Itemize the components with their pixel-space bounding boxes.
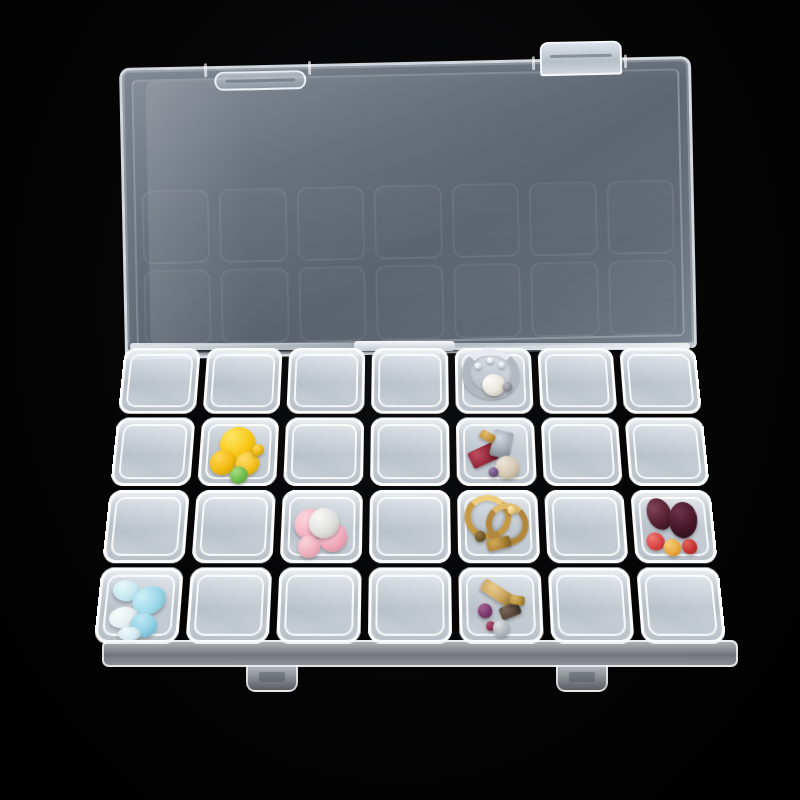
compartment-r2c1 <box>110 417 195 486</box>
compartment-opening <box>375 574 444 636</box>
ghost-compartment-outline <box>221 268 290 344</box>
base-left-latch-tab <box>246 665 298 692</box>
compartment-r3c7 <box>630 490 717 563</box>
compartment-r3c3 <box>280 490 363 563</box>
lid-notch <box>532 56 535 70</box>
compartment-opening <box>284 574 354 636</box>
product-photo-scene <box>0 0 800 800</box>
base-right-latch-tab <box>556 665 608 692</box>
ghost-compartment-outline <box>142 189 211 265</box>
ghost-compartment-outline <box>143 269 212 345</box>
gold-glint <box>507 505 516 514</box>
compartment-opening <box>210 354 276 407</box>
compartment-r4c4 <box>368 567 452 644</box>
latch-hook <box>259 672 286 682</box>
compartment-r1c1 <box>118 348 201 414</box>
green-bead <box>229 466 248 484</box>
compartment-r3c6 <box>544 490 629 563</box>
rhinestone <box>486 357 493 363</box>
purple-bit <box>488 467 498 477</box>
metal-shadow <box>502 382 512 391</box>
compartment-opening <box>118 424 188 479</box>
compartment-opening <box>110 497 182 555</box>
compartment-r4c5 <box>458 567 543 644</box>
tan-bead <box>495 456 520 479</box>
compartment-r1c7 <box>619 348 702 414</box>
compartment-r3c2 <box>191 490 276 563</box>
compartment-r4c2 <box>185 567 273 644</box>
compartment-r1c6 <box>537 348 618 414</box>
compartment-opening <box>193 574 265 636</box>
compartment-r4c1 <box>94 567 184 644</box>
box-tray <box>94 348 727 644</box>
compartment-r1c4 <box>371 348 449 414</box>
lid-notch <box>624 54 627 68</box>
lid-left-latch <box>214 70 306 91</box>
compartment-opening <box>294 354 359 407</box>
compartment-opening <box>632 424 702 479</box>
compartment-r2c3 <box>284 417 365 486</box>
compartment-r1c2 <box>202 348 283 414</box>
ghost-compartment-outline <box>608 260 677 336</box>
ghost-compartment-outline <box>453 263 522 339</box>
compartment-r2c7 <box>625 417 710 486</box>
rhinestone <box>474 363 481 369</box>
lid-notch <box>308 61 311 75</box>
compartment-grid <box>94 348 727 644</box>
compartment-r3c1 <box>102 490 189 563</box>
ghost-compartment-outline <box>606 180 675 256</box>
compartment-opening <box>551 497 621 555</box>
compartment-r3c5 <box>457 490 540 563</box>
compartment-opening <box>644 574 718 636</box>
compartment-opening <box>627 354 695 407</box>
ghost-compartment-outline <box>530 261 599 337</box>
compartment-opening <box>378 354 442 407</box>
purple-bead <box>478 603 493 618</box>
ghost-compartment-outline <box>375 265 444 341</box>
compartment-r2c5 <box>456 417 537 486</box>
grey-bead <box>492 619 509 636</box>
latch-slot <box>550 54 612 58</box>
dark-metal <box>475 530 486 541</box>
compartment-r2c4 <box>370 417 450 486</box>
compartment-opening <box>199 497 269 555</box>
compartment-opening <box>547 424 615 479</box>
ghost-compartment-outline <box>219 188 288 264</box>
gold-bit <box>508 594 524 606</box>
compartment-r1c3 <box>287 348 366 414</box>
latch-hook <box>569 672 596 682</box>
compartment-opening <box>555 574 627 636</box>
ghost-compartment-outline <box>529 181 598 257</box>
ghost-compartment-outline <box>296 186 365 262</box>
compartment-opening <box>291 424 358 479</box>
base-rim <box>102 640 738 667</box>
compartment-r4c6 <box>547 567 635 644</box>
lid-notch <box>204 63 207 77</box>
compartment-r4c3 <box>277 567 362 644</box>
compartment-r2c2 <box>197 417 280 486</box>
compartment-r1c5 <box>455 348 534 414</box>
compartment-r4c7 <box>636 567 726 644</box>
compartment-opening <box>544 354 610 407</box>
compartment-opening <box>377 424 442 479</box>
compartment-opening <box>376 497 443 555</box>
box-lid <box>119 56 697 360</box>
lid-ghost-compartments <box>142 180 677 346</box>
compartment-opening <box>125 354 193 407</box>
ghost-compartment-outline <box>298 266 367 342</box>
ghost-compartment-outline <box>374 184 443 260</box>
ghost-compartment-outline <box>451 183 520 259</box>
lid-right-latch <box>540 40 623 76</box>
latch-slot <box>225 78 295 82</box>
compartment-r3c4 <box>369 490 451 563</box>
compartment-r2c6 <box>540 417 623 486</box>
rhinestone <box>499 361 506 367</box>
